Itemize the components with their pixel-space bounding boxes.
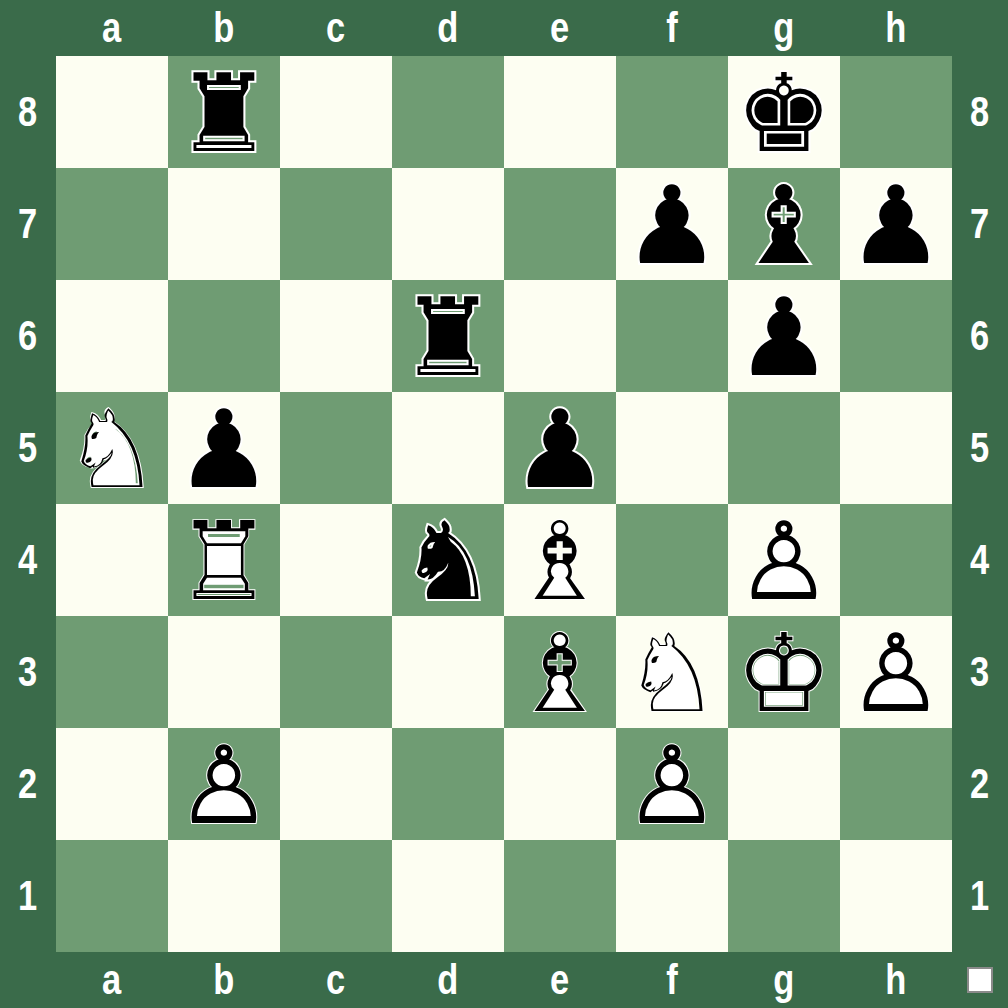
piece-glyph-white-bishop: ♗ [504, 506, 616, 618]
coordinate-label-text: 5 [970, 424, 989, 472]
square-b2[interactable]: ♟♙ [168, 728, 280, 840]
square-f5[interactable] [616, 392, 728, 504]
black-pawn-h7[interactable]: ♟♟ [840, 168, 952, 280]
square-e2[interactable] [504, 728, 616, 840]
white-pawn-b2[interactable]: ♟♙ [168, 728, 280, 840]
square-f3[interactable]: ♞♘ [616, 616, 728, 728]
coordinate-label-text: 2 [970, 760, 989, 808]
square-f4[interactable] [616, 504, 728, 616]
square-b7[interactable] [168, 168, 280, 280]
coordinate-label-text: 5 [18, 424, 37, 472]
coordinate-label-top-b: b [168, 0, 280, 56]
coordinate-label-right-7: 7 [952, 168, 1008, 280]
black-pawn-g6[interactable]: ♟♟ [728, 280, 840, 392]
coordinate-label-text: g [773, 956, 794, 1004]
piece-glyph-black-rook: ♜ [168, 58, 280, 170]
coordinate-label-text: e [550, 4, 569, 52]
square-c6[interactable] [280, 280, 392, 392]
coordinate-label-left-8: 8 [0, 56, 56, 168]
square-a5[interactable]: ♞♘ [56, 392, 168, 504]
coordinate-label-text: 6 [970, 312, 989, 360]
coordinate-label-right-8: 8 [952, 56, 1008, 168]
square-f2[interactable]: ♟♙ [616, 728, 728, 840]
square-c7[interactable] [280, 168, 392, 280]
black-king-g8[interactable]: ♚♚ [728, 56, 840, 168]
coordinate-label-left-6: 6 [0, 280, 56, 392]
coordinate-label-text: 3 [970, 648, 989, 696]
piece-glyph-black-pawn: ♟ [616, 170, 728, 282]
square-a6[interactable] [56, 280, 168, 392]
square-e4[interactable]: ♝♗ [504, 504, 616, 616]
chess-board: abcdefgh8♜♜♚♚87♟♟♝♝♟♟76♜♜♟♟65♞♘♟♟♟♟54♜♖♞… [0, 0, 1008, 1008]
coordinate-label-text: d [437, 956, 458, 1004]
square-h7[interactable]: ♟♟ [840, 168, 952, 280]
coordinate-label-top-g: g [728, 0, 840, 56]
coordinate-label-left-1: 1 [0, 840, 56, 952]
side-to-move-marker-icon [967, 967, 993, 993]
piece-glyph-white-knight: ♘ [616, 618, 728, 730]
white-knight-f3[interactable]: ♞♘ [616, 616, 728, 728]
coordinate-label-top-a: a [56, 0, 168, 56]
frame-corner-top-left [0, 0, 56, 56]
square-a1[interactable] [56, 840, 168, 952]
coordinate-label-text: b [213, 956, 234, 1004]
square-h8[interactable] [840, 56, 952, 168]
square-f1[interactable] [616, 840, 728, 952]
square-e7[interactable] [504, 168, 616, 280]
coordinate-label-text: 7 [970, 200, 989, 248]
coordinate-label-text: c [326, 4, 345, 52]
square-a3[interactable] [56, 616, 168, 728]
coordinate-label-bottom-b: b [168, 952, 280, 1008]
coordinate-label-text: c [326, 956, 345, 1004]
piece-glyph-white-king: ♔ [728, 618, 840, 730]
coordinate-label-bottom-g: g [728, 952, 840, 1008]
square-c8[interactable] [280, 56, 392, 168]
coordinate-label-text: g [773, 4, 794, 52]
square-a8[interactable] [56, 56, 168, 168]
black-pawn-e5[interactable]: ♟♟ [504, 392, 616, 504]
coordinate-label-text: 3 [18, 648, 37, 696]
square-d6[interactable]: ♜♜ [392, 280, 504, 392]
square-e5[interactable]: ♟♟ [504, 392, 616, 504]
square-h2[interactable] [840, 728, 952, 840]
coordinate-label-text: f [666, 956, 677, 1004]
white-bishop-e3[interactable]: ♝♗ [504, 616, 616, 728]
piece-glyph-white-bishop: ♗ [504, 618, 616, 730]
coordinate-label-text: 8 [970, 88, 989, 136]
coordinate-label-bottom-c: c [280, 952, 392, 1008]
piece-glyph-black-pawn: ♟ [728, 282, 840, 394]
square-e1[interactable] [504, 840, 616, 952]
piece-glyph-black-bishop: ♝ [728, 170, 840, 282]
black-rook-b8[interactable]: ♜♜ [168, 56, 280, 168]
black-bishop-g7[interactable]: ♝♝ [728, 168, 840, 280]
piece-glyph-white-pawn: ♙ [616, 730, 728, 842]
square-b3[interactable] [168, 616, 280, 728]
coordinate-label-text: 2 [18, 760, 37, 808]
square-f6[interactable] [616, 280, 728, 392]
coordinate-label-top-e: e [504, 0, 616, 56]
piece-glyph-white-knight: ♘ [56, 394, 168, 506]
square-h6[interactable] [840, 280, 952, 392]
black-pawn-b5[interactable]: ♟♟ [168, 392, 280, 504]
coordinate-label-top-f: f [616, 0, 728, 56]
square-c4[interactable] [280, 504, 392, 616]
square-g3[interactable]: ♚♔ [728, 616, 840, 728]
coordinate-label-right-5: 5 [952, 392, 1008, 504]
square-a7[interactable] [56, 168, 168, 280]
white-king-g3[interactable]: ♚♔ [728, 616, 840, 728]
square-e8[interactable] [504, 56, 616, 168]
square-c1[interactable] [280, 840, 392, 952]
coordinate-label-text: 8 [18, 88, 37, 136]
square-d4[interactable]: ♞♞ [392, 504, 504, 616]
coordinate-label-text: a [102, 4, 121, 52]
coordinate-label-right-1: 1 [952, 840, 1008, 952]
square-g4[interactable]: ♟♙ [728, 504, 840, 616]
coordinate-label-bottom-h: h [840, 952, 952, 1008]
piece-glyph-white-pawn: ♙ [728, 506, 840, 618]
white-knight-a5[interactable]: ♞♘ [56, 392, 168, 504]
square-a4[interactable] [56, 504, 168, 616]
white-pawn-f2[interactable]: ♟♙ [616, 728, 728, 840]
coordinate-label-left-7: 7 [0, 168, 56, 280]
square-c3[interactable] [280, 616, 392, 728]
square-d8[interactable] [392, 56, 504, 168]
square-e6[interactable] [504, 280, 616, 392]
square-g8[interactable]: ♚♚ [728, 56, 840, 168]
coordinate-label-text: d [437, 4, 458, 52]
coordinate-label-text: 4 [18, 536, 37, 584]
square-f7[interactable]: ♟♟ [616, 168, 728, 280]
square-d5[interactable] [392, 392, 504, 504]
square-g2[interactable] [728, 728, 840, 840]
piece-glyph-white-pawn: ♙ [840, 618, 952, 730]
square-c2[interactable] [280, 728, 392, 840]
coordinate-label-text: 1 [18, 872, 37, 920]
square-g5[interactable] [728, 392, 840, 504]
square-b1[interactable] [168, 840, 280, 952]
coordinate-label-text: e [550, 956, 569, 1004]
coordinate-label-bottom-f: f [616, 952, 728, 1008]
square-e3[interactable]: ♝♗ [504, 616, 616, 728]
piece-glyph-black-pawn: ♟ [168, 394, 280, 506]
square-d1[interactable] [392, 840, 504, 952]
black-knight-d4[interactable]: ♞♞ [392, 504, 504, 616]
coordinate-label-bottom-d: d [392, 952, 504, 1008]
square-d3[interactable] [392, 616, 504, 728]
frame-corner-top-right [952, 0, 1008, 56]
piece-glyph-white-rook: ♖ [168, 506, 280, 618]
white-rook-b4[interactable]: ♜♖ [168, 504, 280, 616]
white-bishop-e4[interactable]: ♝♗ [504, 504, 616, 616]
coordinate-label-bottom-a: a [56, 952, 168, 1008]
coordinate-label-right-6: 6 [952, 280, 1008, 392]
coordinate-label-text: 1 [970, 872, 989, 920]
coordinate-label-left-4: 4 [0, 504, 56, 616]
black-pawn-f7[interactable]: ♟♟ [616, 168, 728, 280]
square-h5[interactable] [840, 392, 952, 504]
square-g7[interactable]: ♝♝ [728, 168, 840, 280]
square-b8[interactable]: ♜♜ [168, 56, 280, 168]
square-d2[interactable] [392, 728, 504, 840]
piece-glyph-black-king: ♚ [728, 58, 840, 170]
coordinate-label-text: f [666, 4, 677, 52]
square-g6[interactable]: ♟♟ [728, 280, 840, 392]
white-pawn-g4[interactable]: ♟♙ [728, 504, 840, 616]
square-f8[interactable] [616, 56, 728, 168]
piece-glyph-black-pawn: ♟ [840, 170, 952, 282]
coordinate-label-text: 7 [18, 200, 37, 248]
piece-glyph-black-rook: ♜ [392, 282, 504, 394]
coordinate-label-text: h [885, 956, 906, 1004]
coordinate-label-text: h [885, 4, 906, 52]
piece-glyph-white-pawn: ♙ [168, 730, 280, 842]
frame-corner-bottom-left [0, 952, 56, 1008]
coordinate-label-text: b [213, 4, 234, 52]
square-d7[interactable] [392, 168, 504, 280]
square-g1[interactable] [728, 840, 840, 952]
piece-glyph-black-knight: ♞ [392, 506, 504, 618]
coordinate-label-text: 6 [18, 312, 37, 360]
black-rook-d6[interactable]: ♜♜ [392, 280, 504, 392]
coordinate-label-top-c: c [280, 0, 392, 56]
square-b4[interactable]: ♜♖ [168, 504, 280, 616]
coordinate-label-right-2: 2 [952, 728, 1008, 840]
coordinate-label-text: 4 [970, 536, 989, 584]
coordinate-label-top-d: d [392, 0, 504, 56]
coordinate-label-text: a [102, 956, 121, 1004]
coordinate-label-left-5: 5 [0, 392, 56, 504]
coordinate-label-right-4: 4 [952, 504, 1008, 616]
coordinate-label-right-3: 3 [952, 616, 1008, 728]
square-c5[interactable] [280, 392, 392, 504]
square-h1[interactable] [840, 840, 952, 952]
square-b6[interactable] [168, 280, 280, 392]
piece-glyph-black-pawn: ♟ [504, 394, 616, 506]
frame-corner-bottom-right [952, 952, 1008, 1008]
coordinate-label-bottom-e: e [504, 952, 616, 1008]
coordinate-label-top-h: h [840, 0, 952, 56]
white-pawn-h3[interactable]: ♟♙ [840, 616, 952, 728]
square-b5[interactable]: ♟♟ [168, 392, 280, 504]
square-a2[interactable] [56, 728, 168, 840]
coordinate-label-left-2: 2 [0, 728, 56, 840]
square-h3[interactable]: ♟♙ [840, 616, 952, 728]
coordinate-label-left-3: 3 [0, 616, 56, 728]
square-h4[interactable] [840, 504, 952, 616]
